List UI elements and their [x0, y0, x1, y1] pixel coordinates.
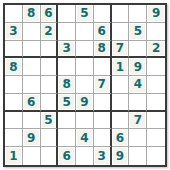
cell-r4c2[interactable] [23, 58, 41, 76]
sudoku-board: 865932653872819874659579461639 [3, 3, 167, 167]
cell-r6c2[interactable]: 6 [23, 94, 41, 112]
cell-r3c6[interactable]: 8 [94, 41, 112, 59]
cell-r6c7[interactable] [112, 94, 130, 112]
cell-r7c9[interactable] [147, 112, 165, 130]
cell-r4c7[interactable]: 1 [112, 58, 130, 76]
cell-r5c6[interactable]: 7 [94, 76, 112, 94]
cell-r4c5[interactable] [76, 58, 94, 76]
cell-r5c9[interactable] [147, 76, 165, 94]
cell-r1c7[interactable] [112, 5, 130, 23]
cell-r8c1[interactable] [5, 129, 23, 147]
cell-r4c3[interactable] [41, 58, 59, 76]
cell-r3c2[interactable] [23, 41, 41, 59]
cell-r9c4[interactable]: 6 [58, 147, 76, 165]
cell-r9c6[interactable]: 3 [94, 147, 112, 165]
cell-r5c5[interactable] [76, 76, 94, 94]
cell-r9c5[interactable] [76, 147, 94, 165]
cell-r7c4[interactable] [58, 112, 76, 130]
cell-r5c2[interactable] [23, 76, 41, 94]
cell-r2c9[interactable] [147, 23, 165, 41]
cell-r2c6[interactable]: 6 [94, 23, 112, 41]
cell-r7c2[interactable] [23, 112, 41, 130]
cell-r9c1[interactable]: 1 [5, 147, 23, 165]
cell-r7c7[interactable] [112, 112, 130, 130]
cell-r4c4[interactable] [58, 58, 76, 76]
cell-r3c9[interactable]: 2 [147, 41, 165, 59]
cell-r5c3[interactable] [41, 76, 59, 94]
cell-r8c7[interactable]: 6 [112, 129, 130, 147]
cell-r2c1[interactable]: 3 [5, 23, 23, 41]
cell-r8c3[interactable] [41, 129, 59, 147]
cell-r7c1[interactable] [5, 112, 23, 130]
cell-r9c7[interactable]: 9 [112, 147, 130, 165]
cell-r1c8[interactable] [129, 5, 147, 23]
cell-r1c4[interactable] [58, 5, 76, 23]
cell-r6c1[interactable] [5, 94, 23, 112]
cell-r5c8[interactable]: 4 [129, 76, 147, 94]
cell-r9c9[interactable] [147, 147, 165, 165]
cell-r8c8[interactable] [129, 129, 147, 147]
cell-r2c8[interactable]: 5 [129, 23, 147, 41]
cell-r9c3[interactable] [41, 147, 59, 165]
cell-r8c5[interactable]: 4 [76, 129, 94, 147]
cell-r7c8[interactable]: 7 [129, 112, 147, 130]
cell-r5c7[interactable] [112, 76, 130, 94]
cell-r3c5[interactable] [76, 41, 94, 59]
cell-r5c4[interactable]: 8 [58, 76, 76, 94]
cell-r2c2[interactable] [23, 23, 41, 41]
cell-r2c7[interactable] [112, 23, 130, 41]
cell-r1c2[interactable]: 8 [23, 5, 41, 23]
cell-r8c6[interactable] [94, 129, 112, 147]
cell-r8c9[interactable] [147, 129, 165, 147]
cell-r3c4[interactable]: 3 [58, 41, 76, 59]
cell-r7c5[interactable] [76, 112, 94, 130]
cell-r6c3[interactable] [41, 94, 59, 112]
cell-r1c3[interactable]: 6 [41, 5, 59, 23]
cell-r6c5[interactable]: 9 [76, 94, 94, 112]
cell-r3c7[interactable]: 7 [112, 41, 130, 59]
cell-r3c3[interactable] [41, 41, 59, 59]
cell-r8c2[interactable]: 9 [23, 129, 41, 147]
cell-r1c1[interactable] [5, 5, 23, 23]
cell-r7c3[interactable]: 5 [41, 112, 59, 130]
cell-r4c1[interactable]: 8 [5, 58, 23, 76]
cell-r4c9[interactable] [147, 58, 165, 76]
cell-r4c6[interactable] [94, 58, 112, 76]
cell-r6c9[interactable] [147, 94, 165, 112]
cell-r1c5[interactable]: 5 [76, 5, 94, 23]
cell-r4c8[interactable]: 9 [129, 58, 147, 76]
cell-r6c8[interactable] [129, 94, 147, 112]
cell-r9c8[interactable] [129, 147, 147, 165]
cell-r6c4[interactable]: 5 [58, 94, 76, 112]
cell-r2c4[interactable] [58, 23, 76, 41]
cell-r8c4[interactable] [58, 129, 76, 147]
cell-r5c1[interactable] [5, 76, 23, 94]
cell-r6c6[interactable] [94, 94, 112, 112]
cell-r2c5[interactable] [76, 23, 94, 41]
cell-r2c3[interactable]: 2 [41, 23, 59, 41]
cell-r7c6[interactable] [94, 112, 112, 130]
cell-r9c2[interactable] [23, 147, 41, 165]
cell-r1c6[interactable] [94, 5, 112, 23]
cell-r3c8[interactable] [129, 41, 147, 59]
cell-r3c1[interactable] [5, 41, 23, 59]
cell-r1c9[interactable]: 9 [147, 5, 165, 23]
